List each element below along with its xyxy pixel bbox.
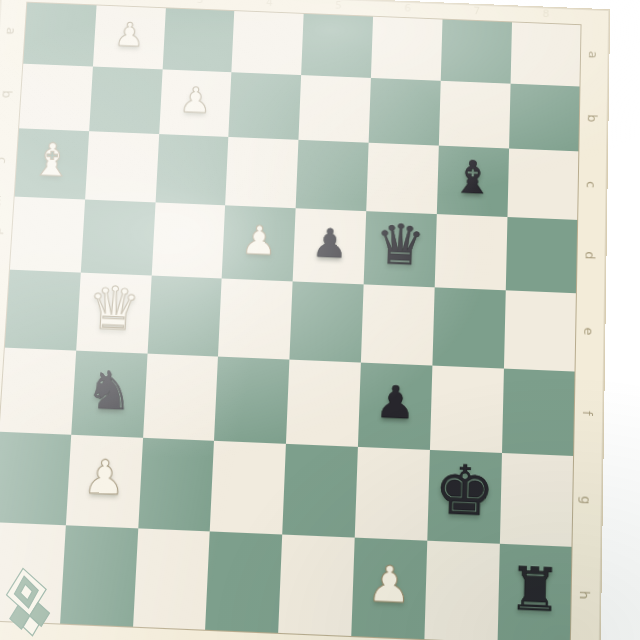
square-e7[interactable] xyxy=(432,287,505,368)
square-f3[interactable] xyxy=(143,354,219,441)
square-b6[interactable] xyxy=(369,78,441,146)
square-d3[interactable] xyxy=(151,202,225,278)
rank-label-top-7: 7 xyxy=(467,4,487,17)
square-a3[interactable] xyxy=(162,8,234,72)
square-f6[interactable]: ♟ xyxy=(358,363,432,450)
square-c5[interactable] xyxy=(296,140,369,211)
white-pawn-d4[interactable]: ♟ xyxy=(240,220,277,261)
rank-label-top-8: 8 xyxy=(536,7,556,20)
square-a6[interactable] xyxy=(371,17,442,81)
square-g6[interactable] xyxy=(355,447,430,541)
square-b2[interactable] xyxy=(89,67,162,135)
square-e1[interactable] xyxy=(5,270,81,351)
white-pawn-a2[interactable]: ♟ xyxy=(113,18,145,52)
square-g4[interactable] xyxy=(210,441,286,535)
square-h4[interactable] xyxy=(205,531,282,632)
square-e6[interactable] xyxy=(361,284,435,365)
square-g2[interactable]: ♟ xyxy=(66,435,143,529)
square-h1[interactable] xyxy=(0,522,66,623)
square-h5[interactable] xyxy=(278,535,354,636)
chess-board: ♟♟♝♝♟♟♛♛♞♟♟♚♟♜ aabbccddeeffgghh12345678 … xyxy=(0,0,610,640)
square-h6[interactable]: ♟ xyxy=(351,538,427,640)
file-label-right-b: b xyxy=(584,108,599,128)
file-label-left-c: c xyxy=(0,150,10,170)
square-c1[interactable]: ♝ xyxy=(15,128,89,199)
square-g1[interactable] xyxy=(0,432,71,526)
square-a1[interactable] xyxy=(23,3,96,67)
square-g8[interactable] xyxy=(499,453,573,547)
square-g5[interactable] xyxy=(282,444,358,538)
file-label-right-g: g xyxy=(578,490,594,511)
square-b4[interactable] xyxy=(229,72,302,140)
square-d6[interactable]: ♛ xyxy=(364,211,437,287)
square-d2[interactable] xyxy=(81,199,156,275)
square-e2[interactable]: ♛ xyxy=(76,273,151,354)
black-pawn-f6[interactable]: ♟ xyxy=(375,379,416,425)
rank-label-top-4: 4 xyxy=(259,0,279,9)
square-b8[interactable] xyxy=(509,84,580,152)
square-f8[interactable] xyxy=(502,369,575,456)
square-b7[interactable] xyxy=(439,81,511,149)
file-label-right-h: h xyxy=(576,584,592,606)
square-c7[interactable]: ♝ xyxy=(437,146,509,217)
file-label-left-a: a xyxy=(3,21,19,41)
white-bishop-c1[interactable]: ♝ xyxy=(30,137,74,184)
square-d4[interactable]: ♟ xyxy=(222,205,296,281)
square-g3[interactable] xyxy=(138,438,215,532)
file-label-right-f: f xyxy=(579,402,595,423)
square-f7[interactable] xyxy=(430,366,504,453)
black-rook-h8[interactable]: ♜ xyxy=(508,559,562,621)
file-label-left-b: b xyxy=(0,84,15,104)
square-c3[interactable] xyxy=(155,134,229,205)
black-knight-f2[interactable]: ♞ xyxy=(84,363,134,418)
square-f5[interactable] xyxy=(286,360,361,447)
square-a8[interactable] xyxy=(510,22,581,86)
black-king-g7[interactable]: ♚ xyxy=(433,456,495,527)
square-e4[interactable] xyxy=(218,278,292,359)
square-f1[interactable] xyxy=(0,348,76,435)
square-a7[interactable] xyxy=(441,20,512,84)
square-b5[interactable] xyxy=(299,75,371,143)
board-grid: ♟♟♝♝♟♟♛♛♞♟♟♚♟♜ xyxy=(0,3,581,640)
square-c4[interactable] xyxy=(225,137,298,208)
square-h8[interactable]: ♜ xyxy=(497,544,572,640)
file-label-right-a: a xyxy=(585,45,600,65)
white-pawn-g2[interactable]: ♟ xyxy=(82,453,127,502)
black-pawn-d5[interactable]: ♟ xyxy=(311,223,348,264)
square-d5[interactable]: ♟ xyxy=(293,208,366,284)
square-e8[interactable] xyxy=(504,290,577,371)
square-a4[interactable] xyxy=(232,11,304,75)
square-e3[interactable] xyxy=(147,276,222,357)
square-a2[interactable]: ♟ xyxy=(93,5,166,69)
square-h3[interactable] xyxy=(133,528,210,629)
square-b3[interactable]: ♟ xyxy=(159,69,232,137)
square-d7[interactable] xyxy=(434,214,507,290)
square-h7[interactable] xyxy=(424,541,499,640)
black-bishop-c7[interactable]: ♝ xyxy=(452,154,494,201)
square-f2[interactable]: ♞ xyxy=(71,351,147,438)
square-c2[interactable] xyxy=(85,131,159,202)
white-pawn-h6[interactable]: ♟ xyxy=(366,558,412,610)
square-g7[interactable]: ♚ xyxy=(427,450,502,544)
rank-label-top-6: 6 xyxy=(398,2,418,15)
file-label-right-d: d xyxy=(582,245,597,265)
square-d1[interactable] xyxy=(10,197,85,273)
square-c6[interactable] xyxy=(366,143,438,214)
square-e5[interactable] xyxy=(290,281,364,362)
white-pawn-b3[interactable]: ♟ xyxy=(179,82,213,118)
rank-label-top-3: 3 xyxy=(190,0,210,6)
square-b1[interactable] xyxy=(19,64,93,131)
square-f4[interactable] xyxy=(214,357,289,444)
square-c8[interactable] xyxy=(507,148,579,219)
square-d8[interactable] xyxy=(505,217,577,293)
square-h2[interactable] xyxy=(60,525,138,626)
square-a5[interactable] xyxy=(301,14,373,78)
black-queen-d6[interactable]: ♛ xyxy=(374,216,426,273)
rank-label-top-5: 5 xyxy=(328,0,348,12)
file-label-right-c: c xyxy=(583,175,598,195)
file-label-right-e: e xyxy=(581,321,596,342)
white-queen-e2[interactable]: ♛ xyxy=(86,278,142,339)
